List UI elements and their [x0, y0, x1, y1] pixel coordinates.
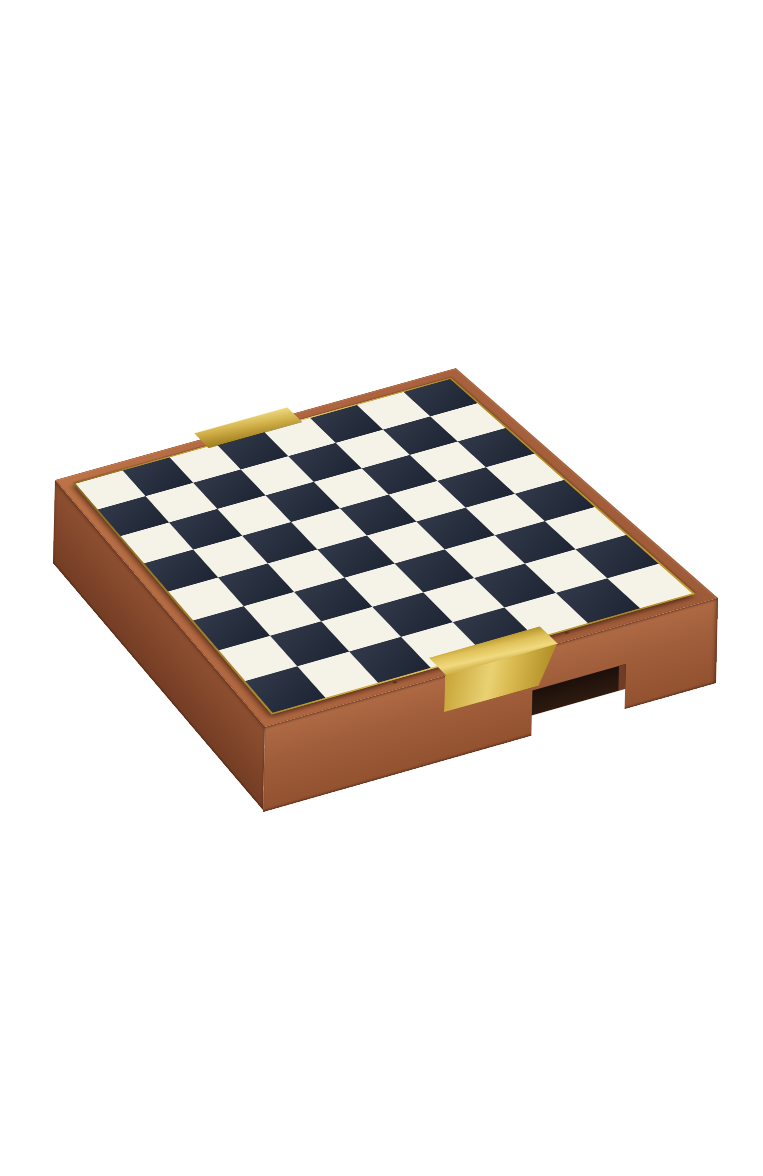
- handle-notch: [531, 664, 625, 737]
- notch-inner-wall: [618, 664, 625, 691]
- product-photo-scene: [0, 0, 763, 1176]
